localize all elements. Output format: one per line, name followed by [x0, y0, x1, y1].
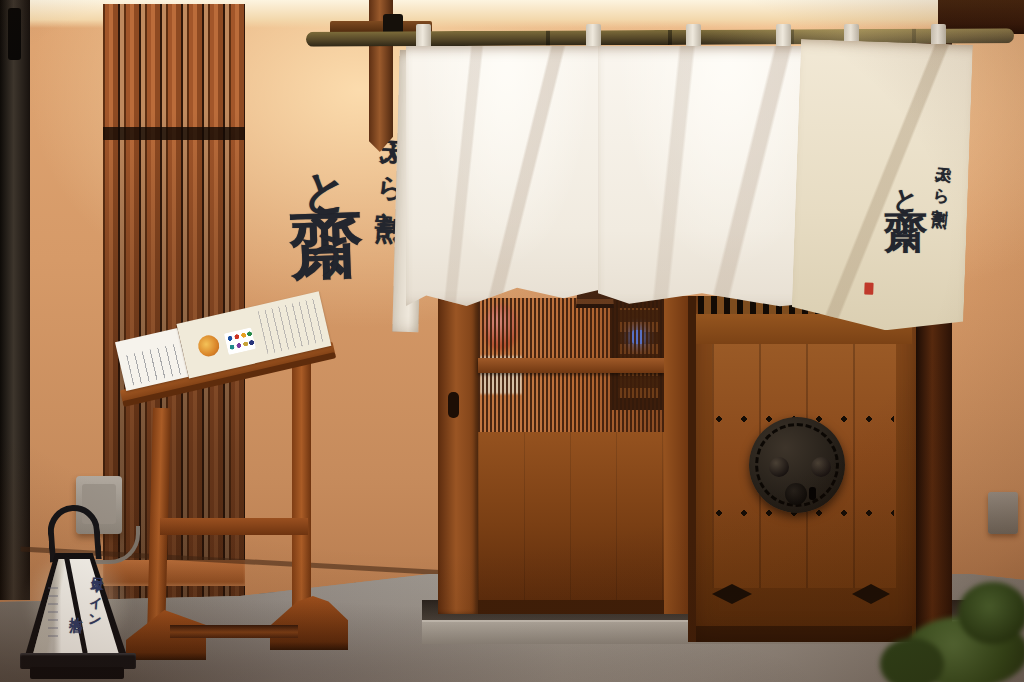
heavy-door-base-shadow: [696, 626, 912, 642]
stand-right-foot: [270, 596, 348, 650]
noren-subtitle: 天ぷら割烹: [924, 153, 955, 264]
lattice-door-left-stile: [438, 296, 478, 614]
stand-right-leg: [292, 352, 311, 630]
rail-hook: [8, 8, 21, 60]
menu-food-photo: [196, 333, 221, 358]
heavy-wooden-door: [688, 296, 920, 642]
sake-lantern: 日本ワイン 地酒: [20, 503, 144, 681]
iron-boss-left: [769, 457, 789, 477]
menu-stand: [118, 328, 350, 678]
lattice-sliding-door: [438, 296, 690, 614]
lantern-side-text-blur: [48, 585, 58, 637]
door-handle-recess: [448, 392, 459, 418]
payment-logos-card: [224, 327, 256, 355]
stand-stretcher: [170, 625, 298, 638]
iron-disc-ornament: [749, 417, 845, 513]
iron-boss-right: [811, 457, 831, 477]
lattice-door-mid-rail: [478, 358, 664, 373]
noren-red-seal: [864, 282, 873, 294]
noren-title: 齋とう: [884, 171, 928, 296]
lantern-text-sake: 地酒: [65, 607, 85, 656]
lattice-door-bottom-rail: [478, 600, 664, 614]
wall-sign-title-kana: とう: [298, 141, 356, 252]
menu-text-lines: [258, 298, 324, 354]
foreground-bush: [884, 608, 1024, 682]
noren-panel-right: 天ぷら割烹 齋とう: [791, 39, 973, 333]
bush-foliage: [958, 582, 1024, 644]
slat-gap-band: [103, 127, 245, 140]
iron-knob: [785, 483, 807, 505]
noren-title-kana: とう: [891, 171, 921, 232]
outlet-box-right: [988, 492, 1018, 534]
lattice-door-right-stile: [664, 296, 690, 614]
heavy-door-left-edge: [688, 296, 696, 642]
lantern-base-lower: [30, 667, 124, 679]
noren-panel-left: [406, 46, 608, 306]
bush-foliage: [880, 638, 944, 682]
keyhole: [809, 487, 816, 500]
stand-crossbar: [160, 518, 308, 535]
lattice-door-lower-panel: [478, 432, 664, 600]
restaurant-entrance-scene: 天ぷら割烹 齋とう: [0, 0, 1024, 682]
